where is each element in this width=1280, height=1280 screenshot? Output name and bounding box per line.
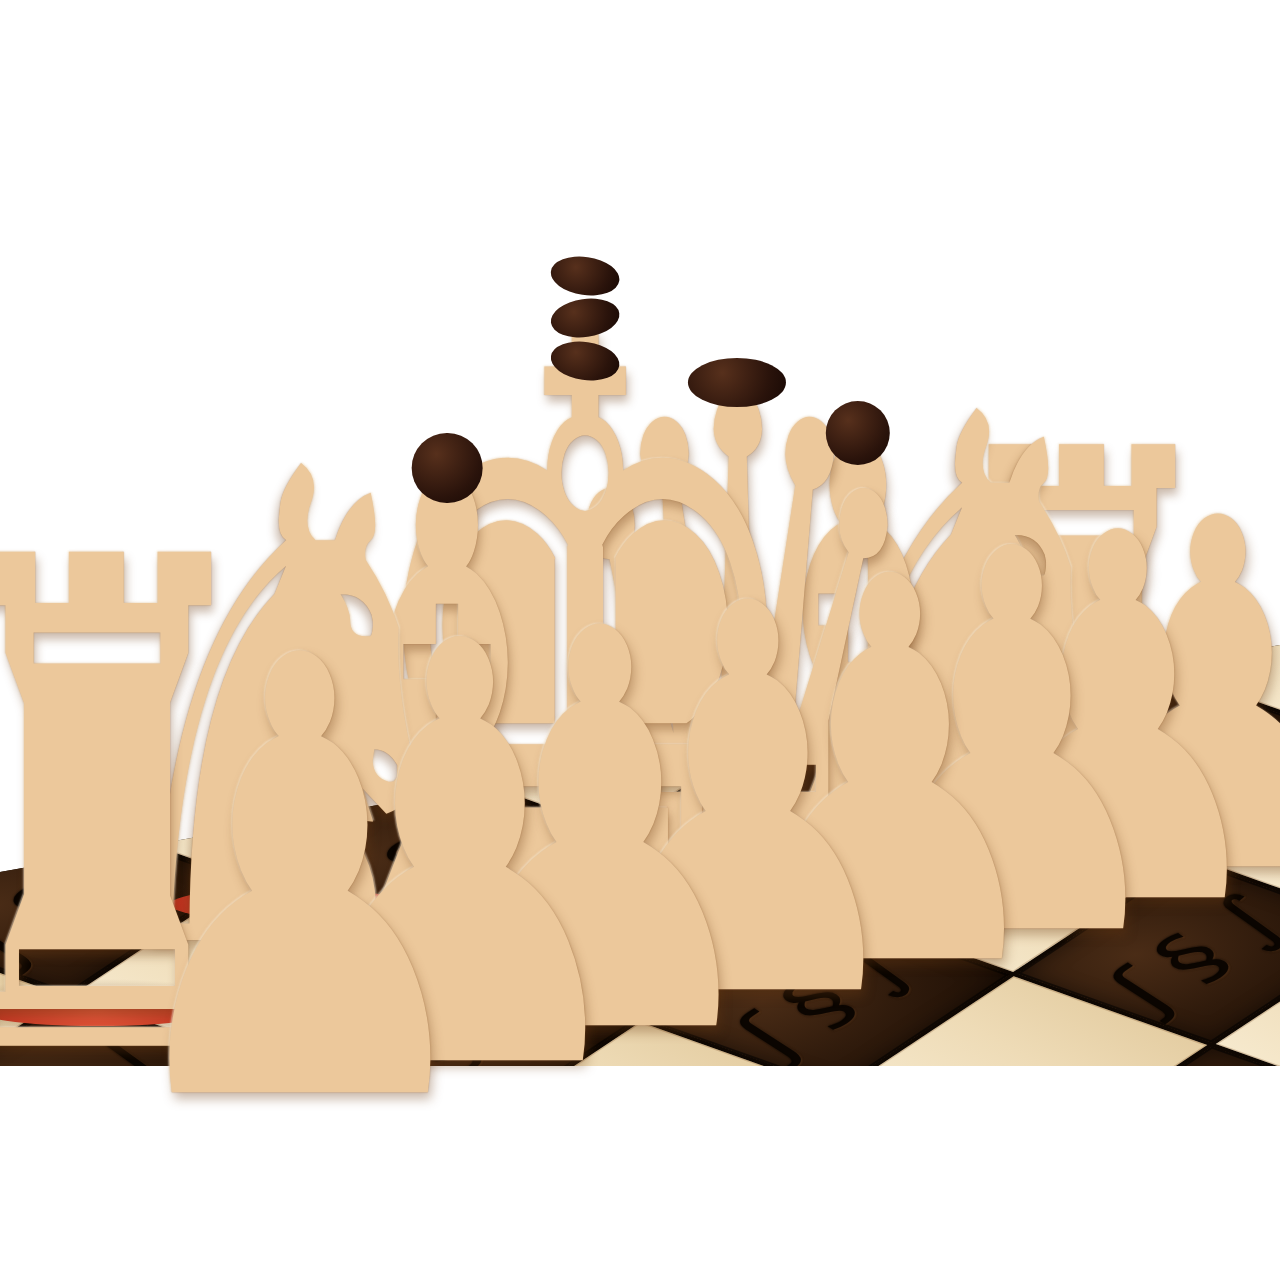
pieces-layer: ♜♞♝♛♚♝♞♜♟♟♟♟♟♟♟♟ bbox=[0, 0, 1280, 1280]
dark-finial-ball bbox=[412, 433, 483, 504]
dark-finial-cap bbox=[688, 358, 786, 407]
pawn-glyph: ♟ bbox=[105, 580, 496, 1185]
product-photo-stage: ʃ§∫ʃ§∫ʃ§∫ʃ§∫ʃ§∫ʃ§∫ʃ§∫ʃ§∫ʃ§∫ʃ§∫ʃ§∫ʃ§∫ʃ§∫ʃ… bbox=[0, 0, 1280, 1280]
